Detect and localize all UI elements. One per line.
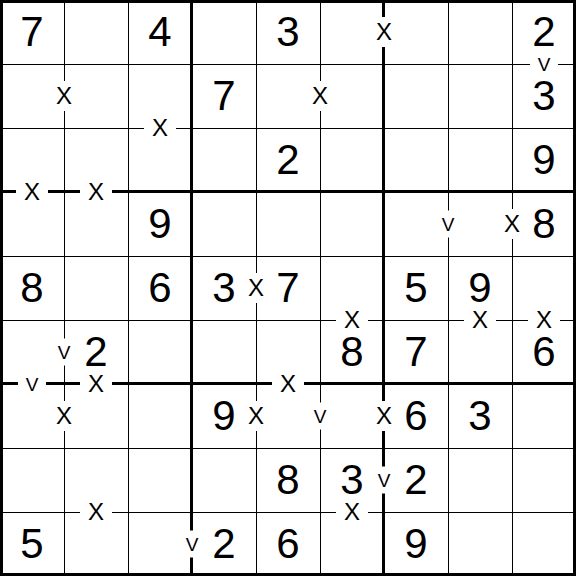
- cell-r0c2[interactable]: 4: [128, 0, 192, 64]
- cell-r2c8[interactable]: 9: [512, 128, 576, 192]
- xv-marker-x: X: [336, 305, 368, 335]
- grid-line-vertical: [448, 0, 449, 576]
- cell-r8c6[interactable]: 9: [384, 512, 448, 576]
- grid-line-vertical: [573, 0, 576, 576]
- cell-r3c3[interactable]: [192, 192, 256, 256]
- cell-r0c0[interactable]: 7: [0, 0, 64, 64]
- xv-marker-x: X: [80, 497, 112, 527]
- cell-r2c3[interactable]: [192, 128, 256, 192]
- xv-marker-x: X: [464, 305, 496, 335]
- sudoku-board: 743273299886375928769638325269XXXVXXVXXV…: [0, 0, 577, 577]
- cell-r2c6[interactable]: [384, 128, 448, 192]
- cell-r8c7[interactable]: [448, 512, 512, 576]
- cell-r5c2[interactable]: [128, 320, 192, 384]
- xv-marker-v: V: [370, 467, 398, 494]
- cell-r2c5[interactable]: [320, 128, 384, 192]
- xv-marker-x: X: [80, 369, 112, 399]
- cell-r4c0[interactable]: 8: [0, 256, 64, 320]
- grid-line-horizontal: [0, 64, 576, 65]
- xv-marker-x: X: [368, 17, 400, 47]
- cell-r6c8[interactable]: [512, 384, 576, 448]
- xv-marker-v: V: [434, 211, 462, 238]
- xv-marker-x: X: [528, 305, 560, 335]
- grid-line-vertical: [512, 0, 513, 576]
- cell-r1c6[interactable]: [384, 64, 448, 128]
- cell-r3c5[interactable]: [320, 192, 384, 256]
- xv-marker-x: X: [80, 177, 112, 207]
- cell-r7c0[interactable]: [0, 448, 64, 512]
- cell-r6c2[interactable]: [128, 384, 192, 448]
- xv-marker-x: X: [240, 401, 272, 431]
- cell-r0c3[interactable]: [192, 0, 256, 64]
- grid-line-horizontal: [0, 0, 576, 3]
- xv-marker-v: V: [18, 371, 46, 398]
- cell-r3c2[interactable]: 9: [128, 192, 192, 256]
- xv-marker-x: X: [144, 113, 176, 143]
- xv-marker-x: X: [304, 81, 336, 111]
- cell-r1c3[interactable]: 7: [192, 64, 256, 128]
- cell-r5c6[interactable]: 7: [384, 320, 448, 384]
- cell-r4c2[interactable]: 6: [128, 256, 192, 320]
- xv-marker-x: X: [48, 81, 80, 111]
- xv-marker-x: X: [368, 401, 400, 431]
- xv-marker-x: X: [496, 209, 528, 239]
- cell-r0c1[interactable]: [64, 0, 128, 64]
- grid-line-horizontal: [0, 448, 576, 449]
- cell-r0c4[interactable]: 3: [256, 0, 320, 64]
- cell-r0c7[interactable]: [448, 0, 512, 64]
- xv-marker-x: X: [48, 401, 80, 431]
- grid-line-horizontal: [0, 128, 576, 129]
- grid-line-horizontal: [0, 256, 576, 257]
- cell-r2c7[interactable]: [448, 128, 512, 192]
- cell-r7c3[interactable]: [192, 448, 256, 512]
- grid-line-vertical: [190, 0, 193, 576]
- xv-marker-x: X: [272, 369, 304, 399]
- cell-r7c4[interactable]: 8: [256, 448, 320, 512]
- grid-line-horizontal: [0, 573, 576, 576]
- cell-r2c4[interactable]: 2: [256, 128, 320, 192]
- cell-r5c3[interactable]: [192, 320, 256, 384]
- cell-r8c8[interactable]: [512, 512, 576, 576]
- grid-line-vertical: [128, 0, 129, 576]
- cell-r7c7[interactable]: [448, 448, 512, 512]
- xv-marker-v: V: [50, 339, 78, 366]
- cell-r8c4[interactable]: 6: [256, 512, 320, 576]
- cell-r6c7[interactable]: 3: [448, 384, 512, 448]
- cell-r4c6[interactable]: 5: [384, 256, 448, 320]
- xv-marker-x: X: [240, 273, 272, 303]
- cell-r4c1[interactable]: [64, 256, 128, 320]
- xv-marker-v: V: [306, 403, 334, 430]
- cell-r7c8[interactable]: [512, 448, 576, 512]
- cell-r1c7[interactable]: [448, 64, 512, 128]
- xv-marker-v: V: [178, 531, 206, 558]
- xv-marker-v: V: [530, 51, 558, 78]
- xv-marker-x: X: [16, 177, 48, 207]
- cell-r7c2[interactable]: [128, 448, 192, 512]
- cell-r8c0[interactable]: 5: [0, 512, 64, 576]
- grid-line-vertical: [0, 0, 3, 576]
- cell-r3c4[interactable]: [256, 192, 320, 256]
- xv-marker-x: X: [336, 497, 368, 527]
